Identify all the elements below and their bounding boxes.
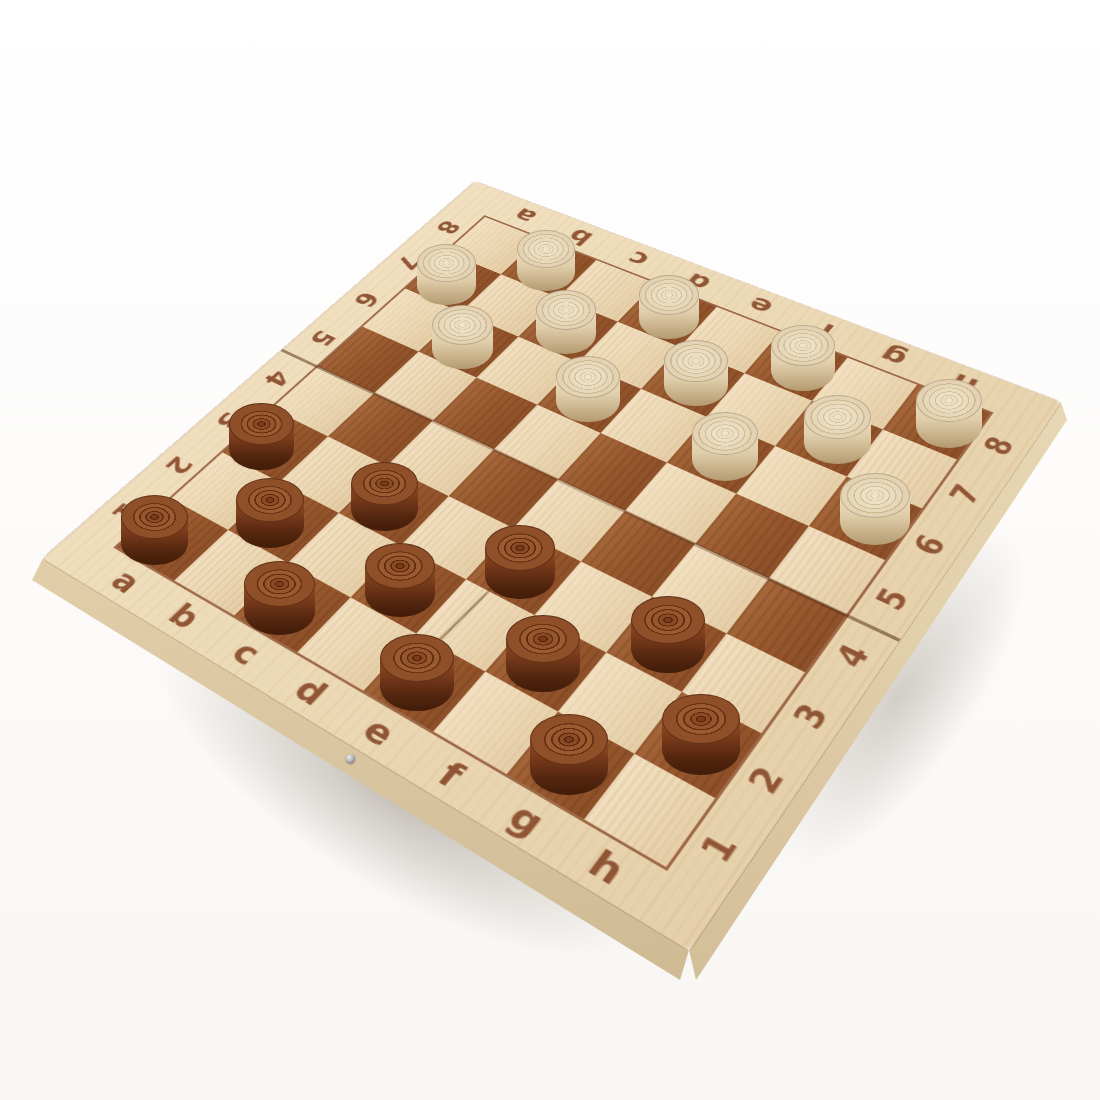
light-piece-c7[interactable] <box>536 290 597 352</box>
dark-piece-h2[interactable] <box>662 694 740 774</box>
piece-top-rings <box>536 290 597 330</box>
piece-top-rings <box>840 473 910 519</box>
piece-top-rings <box>916 379 982 422</box>
dark-piece-g1[interactable] <box>530 714 608 794</box>
dark-piece-d2[interactable] <box>365 543 435 615</box>
piece-top-rings <box>432 305 493 345</box>
piece-top-rings <box>351 462 418 506</box>
dark-piece-g3[interactable] <box>631 596 705 671</box>
piece-top-rings <box>229 403 293 445</box>
piece-top-rings <box>417 244 475 282</box>
dark-piece-c1[interactable] <box>244 561 315 633</box>
piece-top-rings <box>517 230 575 268</box>
dark-piece-e3[interactable] <box>485 525 555 597</box>
piece-top-rings <box>485 525 555 571</box>
piece-top-rings <box>530 714 608 765</box>
light-piece-a7[interactable] <box>417 244 475 304</box>
piece-top-rings <box>244 561 315 607</box>
light-piece-h8[interactable] <box>916 379 982 447</box>
dark-piece-a1[interactable] <box>121 495 188 564</box>
piece-top-rings <box>365 543 435 589</box>
piece-top-rings <box>506 615 580 663</box>
light-piece-f8[interactable] <box>771 325 834 390</box>
dark-piece-e1[interactable] <box>380 634 454 710</box>
light-piece-d6[interactable] <box>556 356 620 421</box>
piece-top-rings <box>662 694 740 745</box>
piece-top-rings <box>556 356 620 398</box>
dark-piece-b2[interactable] <box>236 478 303 547</box>
piece-top-rings <box>664 340 727 381</box>
piece-top-rings <box>380 634 454 682</box>
piece-top-rings <box>771 325 834 366</box>
light-piece-b8[interactable] <box>517 230 575 289</box>
light-piece-h6[interactable] <box>840 473 910 544</box>
dark-piece-c3[interactable] <box>351 462 418 530</box>
light-piece-f6[interactable] <box>692 412 759 480</box>
light-piece-b6[interactable] <box>432 305 493 367</box>
piece-top-rings <box>804 395 870 438</box>
piece-top-rings <box>692 412 759 455</box>
light-piece-g7[interactable] <box>804 395 870 463</box>
piece-top-rings <box>236 478 303 522</box>
dark-piece-a3[interactable] <box>229 403 293 468</box>
piece-top-rings <box>631 596 705 644</box>
dark-piece-f2[interactable] <box>506 615 580 691</box>
piece-top-rings <box>639 275 700 315</box>
scene: aa88bb77cc66dd55ee44ff33gg22hh11 <box>0 0 1100 1100</box>
light-piece-e7[interactable] <box>664 340 727 405</box>
pieces-layer <box>0 0 1100 1100</box>
light-piece-d8[interactable] <box>639 275 700 337</box>
